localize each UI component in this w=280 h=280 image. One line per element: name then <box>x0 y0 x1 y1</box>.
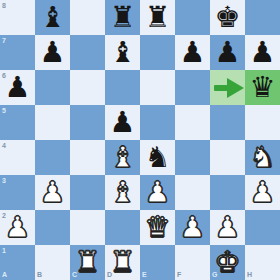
square-h7[interactable]: ♟ <box>245 35 280 70</box>
piece-black-pawn[interactable]: ♟ <box>210 35 245 70</box>
square-e4[interactable]: ♞ <box>140 140 175 175</box>
square-c4[interactable] <box>70 140 105 175</box>
piece-black-rook[interactable]: ♜ <box>105 0 140 35</box>
piece-white-pawn[interactable]: ♟ <box>245 175 280 210</box>
file-label: B <box>37 271 42 278</box>
last-move-arrow <box>210 70 245 105</box>
piece-white-queen[interactable]: ♛ <box>140 210 175 245</box>
square-b8[interactable]: ♝ <box>35 0 70 35</box>
square-c5[interactable] <box>70 105 105 140</box>
square-c3[interactable] <box>70 175 105 210</box>
rank-label: 1 <box>2 247 6 254</box>
square-a8[interactable]: 8 <box>0 0 35 35</box>
square-a1[interactable]: 1A <box>0 245 35 280</box>
file-label: A <box>2 271 7 278</box>
square-a7[interactable]: 7 <box>0 35 35 70</box>
piece-white-pawn[interactable]: ♟ <box>210 210 245 245</box>
square-e3[interactable]: ♟ <box>140 175 175 210</box>
square-b3[interactable]: ♟ <box>35 175 70 210</box>
piece-black-knight[interactable]: ♞ <box>140 140 175 175</box>
square-a4[interactable]: 4 <box>0 140 35 175</box>
square-b5[interactable] <box>35 105 70 140</box>
piece-white-pawn[interactable]: ♟ <box>140 175 175 210</box>
square-f3[interactable] <box>175 175 210 210</box>
square-g8[interactable]: ♚ <box>210 0 245 35</box>
square-f1[interactable]: F <box>175 245 210 280</box>
square-d3[interactable]: ♝ <box>105 175 140 210</box>
square-e1[interactable]: E <box>140 245 175 280</box>
square-e8[interactable]: ♜ <box>140 0 175 35</box>
square-e5[interactable] <box>140 105 175 140</box>
square-g5[interactable] <box>210 105 245 140</box>
piece-black-bishop[interactable]: ♝ <box>35 0 70 35</box>
square-b6[interactable] <box>35 70 70 105</box>
rank-label: 4 <box>2 142 6 149</box>
square-b7[interactable]: ♟ <box>35 35 70 70</box>
square-d7[interactable]: ♝ <box>105 35 140 70</box>
file-label: H <box>247 271 252 278</box>
piece-white-pawn[interactable]: ♟ <box>175 210 210 245</box>
square-f5[interactable] <box>175 105 210 140</box>
square-b1[interactable]: B <box>35 245 70 280</box>
square-h4[interactable]: ♞ <box>245 140 280 175</box>
piece-black-queen[interactable]: ♛ <box>245 70 280 105</box>
square-d6[interactable] <box>105 70 140 105</box>
rank-label: 5 <box>2 107 6 114</box>
piece-white-king[interactable]: ♚ <box>210 245 245 280</box>
square-g7[interactable]: ♟ <box>210 35 245 70</box>
square-h3[interactable]: ♟ <box>245 175 280 210</box>
square-g3[interactable] <box>210 175 245 210</box>
piece-black-pawn[interactable]: ♟ <box>0 70 35 105</box>
square-e7[interactable] <box>140 35 175 70</box>
square-a2[interactable]: 2♟ <box>0 210 35 245</box>
file-label: E <box>142 271 147 278</box>
square-d8[interactable]: ♜ <box>105 0 140 35</box>
piece-white-rook[interactable]: ♜ <box>105 245 140 280</box>
piece-black-pawn[interactable]: ♟ <box>35 35 70 70</box>
square-d2[interactable] <box>105 210 140 245</box>
arrow-shaft <box>214 85 230 91</box>
square-c8[interactable] <box>70 0 105 35</box>
rank-label: 8 <box>2 2 6 9</box>
arrow-head-icon <box>227 78 244 98</box>
square-e2[interactable]: ♛ <box>140 210 175 245</box>
rank-label: 3 <box>2 177 6 184</box>
square-a3[interactable]: 3 <box>0 175 35 210</box>
square-f7[interactable]: ♟ <box>175 35 210 70</box>
square-a5[interactable]: 5 <box>0 105 35 140</box>
square-c6[interactable] <box>70 70 105 105</box>
square-h2[interactable] <box>245 210 280 245</box>
square-d1[interactable]: D♜ <box>105 245 140 280</box>
square-g4[interactable] <box>210 140 245 175</box>
square-b4[interactable] <box>35 140 70 175</box>
piece-white-bishop[interactable]: ♝ <box>105 175 140 210</box>
piece-white-rook[interactable]: ♜ <box>70 245 105 280</box>
square-e6[interactable] <box>140 70 175 105</box>
file-label: F <box>177 271 181 278</box>
square-h6[interactable]: ♛ <box>245 70 280 105</box>
piece-black-bishop[interactable]: ♝ <box>105 35 140 70</box>
piece-black-rook[interactable]: ♜ <box>140 0 175 35</box>
square-b2[interactable] <box>35 210 70 245</box>
square-d4[interactable]: ♝ <box>105 140 140 175</box>
piece-white-pawn[interactable]: ♟ <box>0 210 35 245</box>
square-h1[interactable]: H <box>245 245 280 280</box>
square-h8[interactable] <box>245 0 280 35</box>
rank-label: 7 <box>2 37 6 44</box>
square-f6[interactable] <box>175 70 210 105</box>
square-c7[interactable] <box>70 35 105 70</box>
square-f2[interactable]: ♟ <box>175 210 210 245</box>
square-g2[interactable]: ♟ <box>210 210 245 245</box>
square-f4[interactable] <box>175 140 210 175</box>
chess-board: 8♝♜♜♚7♟♝♟♟♟6♟♛5♟4♝♞♞3♟♝♟♟2♟♛♟♟1ABC♜D♜EFG… <box>0 0 280 280</box>
square-a6[interactable]: 6♟ <box>0 70 35 105</box>
piece-black-pawn[interactable]: ♟ <box>105 105 140 140</box>
square-f8[interactable] <box>175 0 210 35</box>
piece-white-pawn[interactable]: ♟ <box>35 175 70 210</box>
square-g6[interactable] <box>210 70 245 105</box>
square-d5[interactable]: ♟ <box>105 105 140 140</box>
square-c2[interactable] <box>70 210 105 245</box>
piece-white-bishop[interactable]: ♝ <box>105 140 140 175</box>
piece-black-pawn[interactable]: ♟ <box>175 35 210 70</box>
square-g1[interactable]: G♚ <box>210 245 245 280</box>
piece-black-pawn[interactable]: ♟ <box>245 35 280 70</box>
square-h5[interactable] <box>245 105 280 140</box>
square-c1[interactable]: C♜ <box>70 245 105 280</box>
piece-black-king[interactable]: ♚ <box>210 0 245 35</box>
piece-white-knight[interactable]: ♞ <box>245 140 280 175</box>
